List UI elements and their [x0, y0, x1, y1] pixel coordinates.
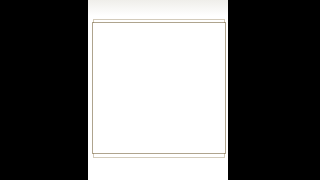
chess-board [93, 19, 225, 158]
chess-diagram-image [88, 0, 228, 180]
board-grid [93, 23, 225, 153]
video-frame [0, 0, 320, 180]
board-border-bottom [93, 153, 225, 158]
